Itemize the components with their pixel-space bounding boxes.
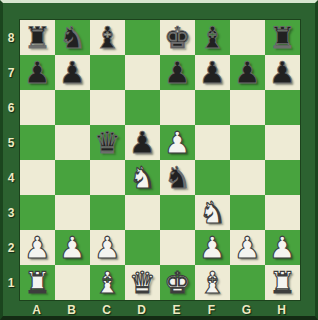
chess-board: ♜♞♝♚♝♜♟♟♟♟♟♟♛♟♟♞♞♞♟♟♟♟♟♟♜♝♛♚♝♜ bbox=[19, 19, 301, 301]
square-c2[interactable]: ♟ bbox=[90, 230, 125, 265]
square-h6[interactable] bbox=[265, 90, 300, 125]
square-a2[interactable]: ♟ bbox=[20, 230, 55, 265]
square-g3[interactable] bbox=[230, 195, 265, 230]
white-knight[interactable]: ♞ bbox=[199, 198, 226, 228]
square-e4[interactable]: ♞ bbox=[160, 160, 195, 195]
square-c4[interactable] bbox=[90, 160, 125, 195]
square-g4[interactable] bbox=[230, 160, 265, 195]
black-pawn[interactable]: ♟ bbox=[164, 58, 191, 88]
square-h3[interactable] bbox=[265, 195, 300, 230]
square-b7[interactable]: ♟ bbox=[55, 55, 90, 90]
black-rook[interactable]: ♜ bbox=[269, 23, 296, 53]
square-b8[interactable]: ♞ bbox=[55, 20, 90, 55]
square-a5[interactable] bbox=[20, 125, 55, 160]
square-g8[interactable] bbox=[230, 20, 265, 55]
black-pawn[interactable]: ♟ bbox=[129, 128, 156, 158]
square-h1[interactable]: ♜ bbox=[265, 265, 300, 300]
white-bishop[interactable]: ♝ bbox=[94, 268, 121, 298]
square-c3[interactable] bbox=[90, 195, 125, 230]
square-e2[interactable] bbox=[160, 230, 195, 265]
square-e7[interactable]: ♟ bbox=[160, 55, 195, 90]
square-d7[interactable] bbox=[125, 55, 160, 90]
square-h7[interactable]: ♟ bbox=[265, 55, 300, 90]
square-c7[interactable] bbox=[90, 55, 125, 90]
square-e6[interactable] bbox=[160, 90, 195, 125]
file-label-d: D bbox=[124, 302, 159, 317]
white-pawn[interactable]: ♟ bbox=[234, 233, 261, 263]
black-knight[interactable]: ♞ bbox=[59, 23, 86, 53]
square-d4[interactable]: ♞ bbox=[125, 160, 160, 195]
square-d5[interactable]: ♟ bbox=[125, 125, 160, 160]
chess-board-frame: ♜♞♝♚♝♜♟♟♟♟♟♟♛♟♟♞♞♞♟♟♟♟♟♟♜♝♛♚♝♜ 87654321 … bbox=[0, 0, 318, 320]
square-b5[interactable] bbox=[55, 125, 90, 160]
black-pawn[interactable]: ♟ bbox=[234, 58, 261, 88]
black-knight[interactable]: ♞ bbox=[164, 163, 191, 193]
square-f8[interactable]: ♝ bbox=[195, 20, 230, 55]
square-h5[interactable] bbox=[265, 125, 300, 160]
square-h4[interactable] bbox=[265, 160, 300, 195]
square-e3[interactable] bbox=[160, 195, 195, 230]
square-f5[interactable] bbox=[195, 125, 230, 160]
black-bishop[interactable]: ♝ bbox=[199, 23, 226, 53]
black-pawn[interactable]: ♟ bbox=[199, 58, 226, 88]
white-knight[interactable]: ♞ bbox=[129, 163, 156, 193]
white-pawn[interactable]: ♟ bbox=[269, 233, 296, 263]
square-b6[interactable] bbox=[55, 90, 90, 125]
file-labels: ABCDEFGH bbox=[19, 302, 299, 317]
square-f2[interactable]: ♟ bbox=[195, 230, 230, 265]
square-f3[interactable]: ♞ bbox=[195, 195, 230, 230]
square-b3[interactable] bbox=[55, 195, 90, 230]
black-bishop[interactable]: ♝ bbox=[94, 23, 121, 53]
square-g5[interactable] bbox=[230, 125, 265, 160]
square-f1[interactable]: ♝ bbox=[195, 265, 230, 300]
square-g7[interactable]: ♟ bbox=[230, 55, 265, 90]
square-b1[interactable] bbox=[55, 265, 90, 300]
white-king[interactable]: ♚ bbox=[164, 268, 191, 298]
white-pawn[interactable]: ♟ bbox=[59, 233, 86, 263]
white-pawn[interactable]: ♟ bbox=[199, 233, 226, 263]
rank-label-6: 6 bbox=[3, 90, 19, 125]
square-d8[interactable] bbox=[125, 20, 160, 55]
white-rook[interactable]: ♜ bbox=[269, 268, 296, 298]
white-pawn[interactable]: ♟ bbox=[24, 233, 51, 263]
rank-label-7: 7 bbox=[3, 55, 19, 90]
rank-label-8: 8 bbox=[3, 20, 19, 55]
square-e8[interactable]: ♚ bbox=[160, 20, 195, 55]
square-g2[interactable]: ♟ bbox=[230, 230, 265, 265]
square-g1[interactable] bbox=[230, 265, 265, 300]
white-pawn[interactable]: ♟ bbox=[94, 233, 121, 263]
square-a8[interactable]: ♜ bbox=[20, 20, 55, 55]
rank-labels: 87654321 bbox=[3, 20, 19, 300]
square-a6[interactable] bbox=[20, 90, 55, 125]
square-c1[interactable]: ♝ bbox=[90, 265, 125, 300]
file-label-h: H bbox=[264, 302, 299, 317]
square-e5[interactable]: ♟ bbox=[160, 125, 195, 160]
square-h8[interactable]: ♜ bbox=[265, 20, 300, 55]
black-pawn[interactable]: ♟ bbox=[59, 58, 86, 88]
white-queen[interactable]: ♛ bbox=[129, 268, 156, 298]
square-a1[interactable]: ♜ bbox=[20, 265, 55, 300]
square-a7[interactable]: ♟ bbox=[20, 55, 55, 90]
square-f6[interactable] bbox=[195, 90, 230, 125]
file-label-f: F bbox=[194, 302, 229, 317]
rank-label-2: 2 bbox=[3, 230, 19, 265]
rank-label-4: 4 bbox=[3, 160, 19, 195]
square-a4[interactable] bbox=[20, 160, 55, 195]
file-label-c: C bbox=[89, 302, 124, 317]
black-queen[interactable]: ♛ bbox=[94, 128, 121, 158]
square-d3[interactable] bbox=[125, 195, 160, 230]
black-pawn[interactable]: ♟ bbox=[24, 58, 51, 88]
square-h2[interactable]: ♟ bbox=[265, 230, 300, 265]
rank-label-3: 3 bbox=[3, 195, 19, 230]
square-g6[interactable] bbox=[230, 90, 265, 125]
file-label-e: E bbox=[159, 302, 194, 317]
square-c6[interactable] bbox=[90, 90, 125, 125]
square-d6[interactable] bbox=[125, 90, 160, 125]
square-d1[interactable]: ♛ bbox=[125, 265, 160, 300]
rank-label-1: 1 bbox=[3, 265, 19, 300]
square-b2[interactable]: ♟ bbox=[55, 230, 90, 265]
rank-label-5: 5 bbox=[3, 125, 19, 160]
black-rook[interactable]: ♜ bbox=[24, 23, 51, 53]
white-rook[interactable]: ♜ bbox=[24, 268, 51, 298]
white-pawn[interactable]: ♟ bbox=[164, 128, 191, 158]
file-label-g: G bbox=[229, 302, 264, 317]
square-f7[interactable]: ♟ bbox=[195, 55, 230, 90]
black-king[interactable]: ♚ bbox=[164, 23, 191, 53]
square-d2[interactable] bbox=[125, 230, 160, 265]
square-a3[interactable] bbox=[20, 195, 55, 230]
file-label-b: B bbox=[54, 302, 89, 317]
square-b4[interactable] bbox=[55, 160, 90, 195]
square-f4[interactable] bbox=[195, 160, 230, 195]
white-bishop[interactable]: ♝ bbox=[199, 268, 226, 298]
file-label-a: A bbox=[19, 302, 54, 317]
square-c5[interactable]: ♛ bbox=[90, 125, 125, 160]
square-e1[interactable]: ♚ bbox=[160, 265, 195, 300]
black-pawn[interactable]: ♟ bbox=[269, 58, 296, 88]
square-c8[interactable]: ♝ bbox=[90, 20, 125, 55]
